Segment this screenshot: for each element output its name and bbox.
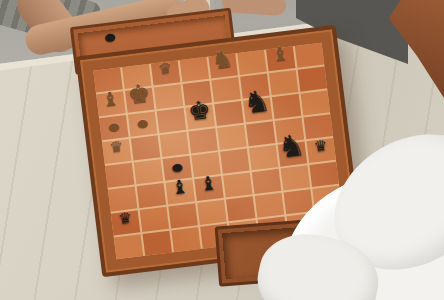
photo-scene: ● ♛♞♝♝♚●●♚♞♛●♞♛♝♝♛ [0, 0, 444, 300]
piece-black-khon-c3[interactable]: ♝ [170, 177, 189, 198]
piece-white-khon-a7[interactable]: ♝ [101, 88, 120, 109]
piece-black-ma-f6[interactable]: ♞ [242, 86, 272, 119]
piece-white-met-c8[interactable]: ♛ [158, 61, 173, 78]
piece-black-met-h4[interactable]: ♛ [313, 138, 328, 155]
piece-white-bia-a6[interactable]: ● [107, 121, 119, 132]
piece-black-bia-c4[interactable]: ● [171, 161, 183, 172]
piece-white-bia-b6[interactable]: ● [136, 117, 148, 128]
piece-white-khun-b7[interactable]: ♚ [126, 80, 151, 108]
piece-black-khon-d3[interactable]: ♝ [199, 173, 218, 194]
piece-white-khon-g8[interactable]: ♝ [271, 43, 290, 64]
piece-white-met-a5[interactable]: ♛ [109, 139, 124, 156]
piece-white-ma-e8[interactable]: ♞ [210, 46, 234, 72]
piece-black-ma-g4[interactable]: ♞ [276, 130, 306, 163]
captured-black-pawn[interactable]: ● [104, 30, 117, 43]
piece-black-met-a2[interactable]: ♛ [118, 211, 133, 228]
piece-black-khun-d6[interactable]: ♚ [187, 97, 212, 125]
